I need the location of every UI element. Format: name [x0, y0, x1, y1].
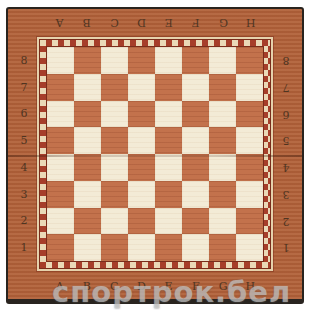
rank-label-8: 8	[277, 47, 295, 74]
square-h8[interactable]	[236, 47, 263, 74]
square-g8[interactable]	[209, 47, 236, 74]
rank-label-8: 8	[15, 47, 33, 74]
rank-label-3: 3	[15, 181, 33, 208]
square-c2[interactable]	[101, 208, 128, 235]
chess-board: ABCDEFGH ABCDEFGH 87654321 87654321	[6, 7, 304, 304]
square-b3[interactable]	[74, 181, 101, 208]
square-f8[interactable]	[182, 47, 209, 74]
square-g1[interactable]	[209, 234, 236, 261]
square-f6[interactable]	[182, 101, 209, 128]
file-label-f: F	[182, 15, 209, 31]
square-d2[interactable]	[128, 208, 155, 235]
rank-label-7: 7	[277, 74, 295, 101]
square-g3[interactable]	[209, 181, 236, 208]
square-a5[interactable]	[47, 127, 74, 154]
square-b1[interactable]	[74, 234, 101, 261]
rank-label-2: 2	[15, 208, 33, 235]
square-h6[interactable]	[236, 101, 263, 128]
file-label-e: E	[155, 15, 182, 31]
square-h2[interactable]	[236, 208, 263, 235]
square-g5[interactable]	[209, 127, 236, 154]
rank-label-1: 1	[277, 234, 295, 261]
square-h4[interactable]	[236, 154, 263, 181]
square-c7[interactable]	[101, 74, 128, 101]
square-g4[interactable]	[209, 154, 236, 181]
rank-label-6: 6	[277, 101, 295, 128]
square-d4[interactable]	[128, 154, 155, 181]
file-label-b: B	[73, 278, 100, 294]
square-f1[interactable]	[182, 234, 209, 261]
square-e7[interactable]	[155, 74, 182, 101]
file-label-f: F	[182, 278, 209, 294]
file-label-c: C	[101, 278, 128, 294]
file-label-h: H	[237, 15, 264, 31]
square-b7[interactable]	[74, 74, 101, 101]
square-c6[interactable]	[101, 101, 128, 128]
square-a8[interactable]	[47, 47, 74, 74]
file-label-g: G	[210, 15, 237, 31]
file-label-h: H	[237, 278, 264, 294]
playing-squares-grid	[46, 46, 264, 262]
square-g6[interactable]	[209, 101, 236, 128]
rank-label-4: 4	[15, 154, 33, 181]
square-d6[interactable]	[128, 101, 155, 128]
square-d8[interactable]	[128, 47, 155, 74]
square-a2[interactable]	[47, 208, 74, 235]
square-e5[interactable]	[155, 127, 182, 154]
square-e3[interactable]	[155, 181, 182, 208]
square-d1[interactable]	[128, 234, 155, 261]
square-a1[interactable]	[47, 234, 74, 261]
square-a6[interactable]	[47, 101, 74, 128]
square-c1[interactable]	[101, 234, 128, 261]
file-label-e: E	[155, 278, 182, 294]
square-e4[interactable]	[155, 154, 182, 181]
square-g2[interactable]	[209, 208, 236, 235]
checkered-inlay-border	[39, 39, 271, 269]
file-label-d: D	[128, 278, 155, 294]
square-f2[interactable]	[182, 208, 209, 235]
rank-labels-left: 87654321	[15, 47, 33, 261]
square-e2[interactable]	[155, 208, 182, 235]
square-f3[interactable]	[182, 181, 209, 208]
square-b4[interactable]	[74, 154, 101, 181]
file-labels-top: ABCDEFGH	[46, 15, 264, 31]
square-h3[interactable]	[236, 181, 263, 208]
rank-label-6: 6	[15, 101, 33, 128]
rank-label-7: 7	[15, 74, 33, 101]
square-a3[interactable]	[47, 181, 74, 208]
rank-label-4: 4	[277, 154, 295, 181]
file-label-d: D	[128, 15, 155, 31]
rank-label-2: 2	[277, 208, 295, 235]
square-d7[interactable]	[128, 74, 155, 101]
square-h1[interactable]	[236, 234, 263, 261]
square-f5[interactable]	[182, 127, 209, 154]
rank-labels-right: 87654321	[277, 47, 295, 261]
square-h7[interactable]	[236, 74, 263, 101]
square-a4[interactable]	[47, 154, 74, 181]
file-label-a: A	[46, 15, 73, 31]
file-label-b: B	[73, 15, 100, 31]
square-c4[interactable]	[101, 154, 128, 181]
square-b8[interactable]	[74, 47, 101, 74]
square-b5[interactable]	[74, 127, 101, 154]
square-b2[interactable]	[74, 208, 101, 235]
square-e6[interactable]	[155, 101, 182, 128]
square-e8[interactable]	[155, 47, 182, 74]
file-labels-bottom: ABCDEFGH	[46, 278, 264, 294]
square-e1[interactable]	[155, 234, 182, 261]
square-d3[interactable]	[128, 181, 155, 208]
square-d5[interactable]	[128, 127, 155, 154]
square-f4[interactable]	[182, 154, 209, 181]
rank-label-5: 5	[277, 127, 295, 154]
file-label-a: A	[46, 278, 73, 294]
file-label-c: C	[101, 15, 128, 31]
square-f7[interactable]	[182, 74, 209, 101]
square-b6[interactable]	[74, 101, 101, 128]
square-c8[interactable]	[101, 47, 128, 74]
square-a7[interactable]	[47, 74, 74, 101]
square-c5[interactable]	[101, 127, 128, 154]
square-g7[interactable]	[209, 74, 236, 101]
square-h5[interactable]	[236, 127, 263, 154]
rank-label-1: 1	[15, 234, 33, 261]
file-label-g: G	[210, 278, 237, 294]
square-c3[interactable]	[101, 181, 128, 208]
rank-label-5: 5	[15, 127, 33, 154]
rank-label-3: 3	[277, 181, 295, 208]
